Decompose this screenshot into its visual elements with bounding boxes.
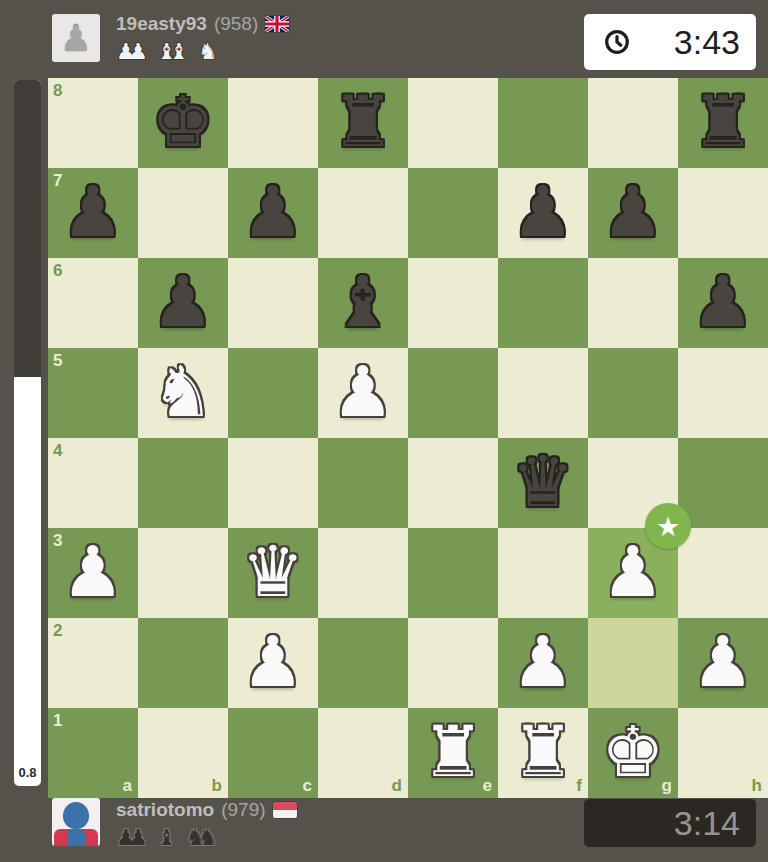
piece-black-pawn-c7[interactable]: ♟ [228, 168, 318, 258]
bottom-player-name[interactable]: satriotomo [116, 799, 214, 821]
square-d8[interactable]: ♜ [318, 78, 408, 168]
square-c5[interactable] [228, 348, 318, 438]
file-label-d: d [392, 776, 402, 796]
square-h2[interactable]: ♟ [678, 618, 768, 708]
pawn-avatar-icon: ♟ [52, 14, 100, 62]
square-e2[interactable] [408, 618, 498, 708]
piece-black-king-b8[interactable]: ♚ [138, 78, 228, 168]
square-d6[interactable]: ♝ [318, 258, 408, 348]
piece-black-bishop-d6[interactable]: ♝ [318, 258, 408, 348]
rank-label-1: 1 [53, 711, 62, 731]
piece-white-pawn-a3[interactable]: ♟ [48, 528, 138, 618]
square-b6[interactable]: ♟ [138, 258, 228, 348]
rank-label-5: 5 [53, 351, 62, 371]
square-h4[interactable] [678, 438, 768, 528]
square-f8[interactable] [498, 78, 588, 168]
square-g8[interactable] [588, 78, 678, 168]
bottom-captured-pieces: ♟♟ ♝ ♞♞ [116, 824, 297, 850]
square-a4[interactable]: 4 [48, 438, 138, 528]
piece-white-pawn-f2[interactable]: ♟ [498, 618, 588, 708]
evaluation-score: 0.8 [14, 765, 41, 780]
piece-black-pawn-g7[interactable]: ♟ [588, 168, 678, 258]
piece-white-queen-c3[interactable]: ♛ [228, 528, 318, 618]
evaluation-bar: 0.8 [14, 80, 41, 786]
square-f6[interactable] [498, 258, 588, 348]
square-g7[interactable]: ♟ [588, 168, 678, 258]
square-c8[interactable] [228, 78, 318, 168]
square-h5[interactable] [678, 348, 768, 438]
rank-label-4: 4 [53, 441, 62, 461]
captured-black-knights-icon: ♞♞ [186, 825, 218, 850]
bottom-player-avatar[interactable] [52, 798, 100, 846]
captured-white-pawns-icon: ♟♟ [116, 39, 148, 64]
square-c7[interactable]: ♟ [228, 168, 318, 258]
piece-black-rook-h8[interactable]: ♜ [678, 78, 768, 168]
indonesia-flag-icon [273, 802, 297, 818]
square-d3[interactable] [318, 528, 408, 618]
piece-black-pawn-h6[interactable]: ♟ [678, 258, 768, 348]
square-b8[interactable]: ♚ [138, 78, 228, 168]
square-f4[interactable]: ♛ [498, 438, 588, 528]
square-d1[interactable]: d [318, 708, 408, 798]
bottom-player-clock: 3:14 [584, 799, 756, 847]
piece-black-pawn-f7[interactable]: ♟ [498, 168, 588, 258]
square-e7[interactable] [408, 168, 498, 258]
square-c4[interactable] [228, 438, 318, 528]
square-f2[interactable]: ♟ [498, 618, 588, 708]
piece-white-rook-f1[interactable]: ♜ [498, 708, 588, 798]
square-a5[interactable]: 5 [48, 348, 138, 438]
square-b7[interactable] [138, 168, 228, 258]
piece-black-rook-d8[interactable]: ♜ [318, 78, 408, 168]
square-b5[interactable]: ♞ [138, 348, 228, 438]
square-c3[interactable]: ♛ [228, 528, 318, 618]
piece-white-pawn-c2[interactable]: ♟ [228, 618, 318, 708]
piece-black-pawn-b6[interactable]: ♟ [138, 258, 228, 348]
piece-white-pawn-d5[interactable]: ♟ [318, 348, 408, 438]
square-a3[interactable]: 3♟ [48, 528, 138, 618]
square-g5[interactable] [588, 348, 678, 438]
square-g6[interactable] [588, 258, 678, 348]
square-e4[interactable] [408, 438, 498, 528]
rank-label-2: 2 [53, 621, 62, 641]
square-b4[interactable] [138, 438, 228, 528]
square-e5[interactable] [408, 348, 498, 438]
square-g2[interactable] [588, 618, 678, 708]
clock-icon [604, 29, 630, 55]
file-label-b: b [212, 776, 222, 796]
square-h1[interactable]: h [678, 708, 768, 798]
square-h8[interactable]: ♜ [678, 78, 768, 168]
captured-black-bishop-icon: ♝ [157, 825, 177, 850]
file-label-a: a [123, 776, 132, 796]
evaluation-bar-black-section [14, 80, 41, 377]
square-b2[interactable] [138, 618, 228, 708]
square-a8[interactable]: 8 [48, 78, 138, 168]
bottom-player-bar: satriotomo (979) ♟♟ ♝ ♞♞ 3:14 [0, 798, 768, 862]
piece-black-pawn-a7[interactable]: ♟ [48, 168, 138, 258]
square-a1[interactable]: 1a [48, 708, 138, 798]
file-label-h: h [752, 776, 762, 796]
square-b1[interactable]: b [138, 708, 228, 798]
square-h3[interactable] [678, 528, 768, 618]
file-label-c: c [303, 776, 312, 796]
top-player-clock: 3:43 [584, 14, 756, 70]
square-f3[interactable] [498, 528, 588, 618]
top-player-rating: (958) [214, 13, 258, 35]
person-avatar-icon [52, 798, 100, 846]
star-badge: ★ [645, 503, 691, 549]
square-a6[interactable]: 6 [48, 258, 138, 348]
captured-white-knight-icon: ♞ [198, 39, 218, 64]
top-player-avatar[interactable]: ♟ [52, 14, 100, 62]
piece-white-rook-e1[interactable]: ♜ [408, 708, 498, 798]
top-player-bar: ♟ 19easty93 (958) ♟♟ ♝♝ ♞ [0, 0, 768, 78]
square-d4[interactable] [318, 438, 408, 528]
square-f5[interactable] [498, 348, 588, 438]
square-e8[interactable] [408, 78, 498, 168]
rank-label-8: 8 [53, 81, 62, 101]
square-a7[interactable]: 7♟ [48, 168, 138, 258]
top-clock-time: 3:43 [630, 23, 756, 62]
square-d7[interactable] [318, 168, 408, 258]
square-c6[interactable] [228, 258, 318, 348]
piece-black-queen-f4[interactable]: ♛ [498, 438, 588, 528]
square-f7[interactable]: ♟ [498, 168, 588, 258]
square-d5[interactable]: ♟ [318, 348, 408, 438]
square-e6[interactable] [408, 258, 498, 348]
bottom-clock-time: 3:14 [584, 804, 756, 843]
square-e1[interactable]: e♜ [408, 708, 498, 798]
square-a2[interactable]: 2 [48, 618, 138, 708]
square-e3[interactable] [408, 528, 498, 618]
rank-label-6: 6 [53, 261, 62, 281]
captured-white-bishops-icon: ♝♝ [157, 39, 189, 64]
chess-board: 8♚♜♜7♟♟♟♟6♟♝♟5♞♟4♛3♟♛♟2♟♟♟1abcde♜f♜g♚h★ [48, 78, 768, 798]
square-f1[interactable]: f♜ [498, 708, 588, 798]
piece-white-knight-b5[interactable]: ♞ [138, 348, 228, 438]
top-player-name[interactable]: 19easty93 [116, 13, 207, 35]
square-c1[interactable]: c [228, 708, 318, 798]
piece-white-king-g1[interactable]: ♚ [588, 708, 678, 798]
bottom-player-rating: (979) [221, 799, 265, 821]
captured-black-pawns-icon: ♟♟ [116, 825, 148, 850]
square-c2[interactable]: ♟ [228, 618, 318, 708]
top-captured-pieces: ♟♟ ♝♝ ♞ [116, 38, 289, 64]
square-b3[interactable] [138, 528, 228, 618]
star-icon: ★ [656, 513, 680, 540]
uk-flag-icon [265, 16, 289, 32]
square-h6[interactable]: ♟ [678, 258, 768, 348]
square-h7[interactable] [678, 168, 768, 258]
square-g1[interactable]: g♚ [588, 708, 678, 798]
square-d2[interactable] [318, 618, 408, 708]
piece-white-pawn-h2[interactable]: ♟ [678, 618, 768, 708]
